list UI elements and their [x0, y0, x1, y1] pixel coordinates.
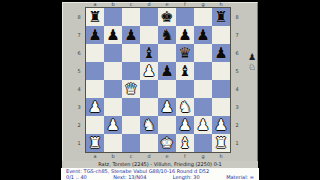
square-b3[interactable] — [104, 98, 122, 116]
piece-black-pawn-a7: ♟ — [86, 26, 104, 44]
square-e7[interactable]: ♞ — [158, 26, 176, 44]
square-c1[interactable] — [122, 134, 140, 152]
square-f5[interactable]: ♝ — [176, 62, 194, 80]
file-label-e: e — [158, 153, 176, 159]
square-b7[interactable]: ♟ — [104, 26, 122, 44]
rank-label-4: 4 — [233, 80, 241, 98]
square-f3[interactable]: ♞ — [176, 98, 194, 116]
file-label-h: h — [212, 153, 230, 159]
square-e2[interactable] — [158, 116, 176, 134]
piece-black-bishop-d6: ♝ — [140, 44, 158, 62]
piece-black-pawn-h6: ♟ — [212, 44, 230, 62]
square-f8[interactable] — [176, 8, 194, 26]
square-b1[interactable] — [104, 134, 122, 152]
square-a3[interactable]: ♟ — [86, 98, 104, 116]
rank-label-1: 1 — [233, 134, 241, 152]
square-f7[interactable]: ♟ — [176, 26, 194, 44]
players-caption: Ratz, Torsten (2245) - Villuhn, Frieding… — [62, 161, 258, 168]
square-h5[interactable] — [212, 62, 230, 80]
square-g3[interactable] — [194, 98, 212, 116]
piece-black-queen-f6: ♛ — [176, 44, 194, 62]
rank-label-1: 1 — [75, 134, 83, 152]
square-f1[interactable]: ♝ — [176, 134, 194, 152]
square-c6[interactable] — [122, 44, 140, 62]
square-c7[interactable]: ♟ — [122, 26, 140, 44]
rank-label-8: 8 — [233, 8, 241, 26]
piece-white-pawn-g2: ♟ — [194, 116, 212, 134]
square-h7[interactable] — [212, 26, 230, 44]
rank-label-6: 6 — [75, 44, 83, 62]
square-c2[interactable] — [122, 116, 140, 134]
square-d6[interactable]: ♝ — [140, 44, 158, 62]
rank-label-5: 5 — [75, 62, 83, 80]
square-d7[interactable] — [140, 26, 158, 44]
square-h1[interactable]: ♜ — [212, 134, 230, 152]
rank-label-4: 4 — [75, 80, 83, 98]
square-h3[interactable] — [212, 98, 230, 116]
square-d3[interactable] — [140, 98, 158, 116]
piece-white-queen-c4: ♛ — [122, 80, 140, 98]
square-d1[interactable] — [140, 134, 158, 152]
square-f4[interactable] — [176, 80, 194, 98]
piece-black-king-e8: ♚ — [158, 8, 176, 26]
square-g5[interactable] — [194, 62, 212, 80]
captured-pieces-tray: ♟♘ — [246, 52, 258, 72]
rank-label-5: 5 — [233, 62, 241, 80]
square-e8[interactable]: ♚ — [158, 8, 176, 26]
captured-white-knight-icon: ♘ — [246, 62, 258, 72]
piece-black-rook-h8: ♜ — [212, 8, 230, 26]
rank-label-3: 3 — [75, 98, 83, 116]
square-a4[interactable] — [86, 80, 104, 98]
square-a1[interactable]: ♜ — [86, 134, 104, 152]
length-info: Length: 30 — [173, 174, 200, 180]
piece-white-pawn-d5: ♟ — [140, 62, 158, 80]
piece-white-rook-a1: ♜ — [86, 134, 104, 152]
piece-white-knight-d2: ♞ — [140, 116, 158, 134]
square-g7[interactable]: ♟ — [194, 26, 212, 44]
square-e3[interactable]: ♟ — [158, 98, 176, 116]
piece-black-pawn-b7: ♟ — [104, 26, 122, 44]
captured-black-pawn-icon: ♟ — [246, 52, 258, 62]
piece-white-pawn-f2: ♟ — [176, 116, 194, 134]
square-b5[interactable] — [104, 62, 122, 80]
rank-label-8: 8 — [75, 8, 83, 26]
square-c4[interactable]: ♛ — [122, 80, 140, 98]
square-d2[interactable]: ♞ — [140, 116, 158, 134]
square-d4[interactable] — [140, 80, 158, 98]
piece-white-pawn-h2: ♟ — [212, 116, 230, 134]
square-g8[interactable] — [194, 8, 212, 26]
piece-white-rook-h1: ♜ — [212, 134, 230, 152]
file-labels-bottom: abcdefgh — [86, 153, 230, 159]
file-label-a: a — [86, 153, 104, 159]
square-f2[interactable]: ♟ — [176, 116, 194, 134]
square-e4[interactable] — [158, 80, 176, 98]
square-h8[interactable]: ♜ — [212, 8, 230, 26]
piece-black-rook-a8: ♜ — [86, 8, 104, 26]
move-counter: 0/1 .. 40 — [66, 174, 87, 180]
next-info: Next: 13/N04 — [113, 174, 146, 180]
square-a7[interactable]: ♟ — [86, 26, 104, 44]
piece-black-pawn-e5: ♟ — [158, 62, 176, 80]
piece-white-knight-f3: ♞ — [176, 98, 194, 116]
square-b6[interactable] — [104, 44, 122, 62]
rank-label-7: 7 — [75, 26, 83, 44]
piece-black-pawn-g7: ♟ — [194, 26, 212, 44]
material-info: Material: = — [226, 174, 254, 180]
piece-black-knight-e7: ♞ — [158, 26, 176, 44]
square-c3[interactable] — [122, 98, 140, 116]
square-g4[interactable] — [194, 80, 212, 98]
square-h4[interactable] — [212, 80, 230, 98]
square-g2[interactable]: ♟ — [194, 116, 212, 134]
square-e1[interactable]: ♚ — [158, 134, 176, 152]
game-info-panel: Event: TGS-ch85, Stenabe Vabul G88/10-16… — [61, 168, 259, 180]
file-label-b: b — [104, 153, 122, 159]
piece-black-bishop-f5: ♝ — [176, 62, 194, 80]
piece-white-pawn-e3: ♟ — [158, 98, 176, 116]
file-label-c: c — [122, 153, 140, 159]
piece-white-bishop-f1: ♝ — [176, 134, 194, 152]
square-b2[interactable]: ♟ — [104, 116, 122, 134]
rank-label-2: 2 — [233, 116, 241, 134]
square-a8[interactable]: ♜ — [86, 8, 104, 26]
square-a5[interactable] — [86, 62, 104, 80]
square-c8[interactable] — [122, 8, 140, 26]
piece-black-pawn-f7: ♟ — [176, 26, 194, 44]
square-b4[interactable] — [104, 80, 122, 98]
square-e6[interactable] — [158, 44, 176, 62]
rank-labels-right: 87654321 — [233, 8, 241, 152]
file-label-f: f — [176, 153, 194, 159]
piece-black-pawn-c7: ♟ — [122, 26, 140, 44]
piece-white-pawn-b2: ♟ — [104, 116, 122, 134]
file-label-g: g — [194, 153, 212, 159]
square-c5[interactable] — [122, 62, 140, 80]
rank-label-2: 2 — [75, 116, 83, 134]
rank-label-3: 3 — [233, 98, 241, 116]
rank-labels-left: 87654321 — [75, 8, 83, 152]
file-label-d: d — [140, 153, 158, 159]
square-b8[interactable] — [104, 8, 122, 26]
square-d8[interactable] — [140, 8, 158, 26]
video-frame: abcdefgh abcdefgh 87654321 87654321 ♜♚♜♟… — [0, 0, 320, 180]
chess-board[interactable]: ♜♚♜♟♟♟♞♟♟♝♛♟♟♟♝♛♟♟♞♟♞♟♟♟♜♚♝♜ — [85, 7, 231, 153]
square-d5[interactable]: ♟ — [140, 62, 158, 80]
square-f6[interactable]: ♛ — [176, 44, 194, 62]
piece-white-pawn-a3: ♟ — [86, 98, 104, 116]
square-a2[interactable] — [86, 116, 104, 134]
square-g1[interactable] — [194, 134, 212, 152]
square-e5[interactable]: ♟ — [158, 62, 176, 80]
square-h2[interactable]: ♟ — [212, 116, 230, 134]
piece-white-king-e1: ♚ — [158, 134, 176, 152]
square-h6[interactable]: ♟ — [212, 44, 230, 62]
square-a6[interactable] — [86, 44, 104, 62]
status-info: 0/1 .. 40 Next: 13/N04 Length: 30 Materi… — [61, 174, 259, 180]
rank-label-7: 7 — [233, 26, 241, 44]
square-g6[interactable] — [194, 44, 212, 62]
rank-label-6: 6 — [233, 44, 241, 62]
